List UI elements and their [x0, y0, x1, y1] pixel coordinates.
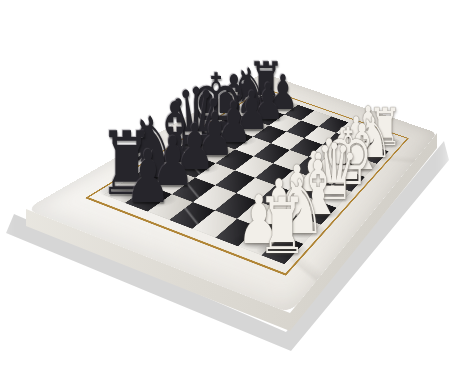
product-photo-scene: ♜♟♞♟♝♟♚♟♟♜♛♟♟♞♝♟♟♝♟♞♚♟♟♜♛♟♟♝♟♞♟♜ — [0, 0, 450, 372]
chess-board — [26, 73, 437, 313]
